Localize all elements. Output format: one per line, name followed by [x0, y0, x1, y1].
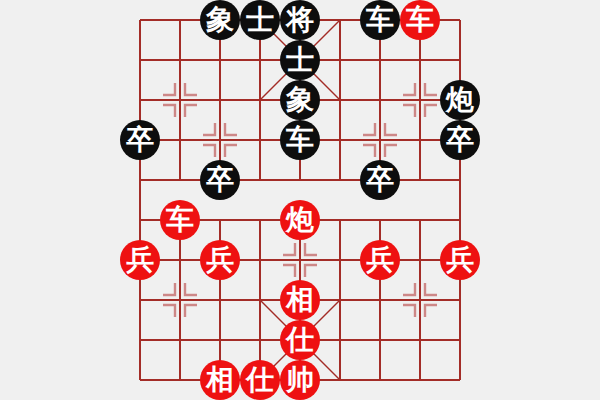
- red-general[interactable]: 帅: [280, 360, 320, 400]
- black-soldier[interactable]: 卒: [200, 160, 240, 200]
- black-soldier[interactable]: 卒: [440, 120, 480, 160]
- black-elephant[interactable]: 象: [200, 0, 240, 40]
- black-chariot[interactable]: 车: [280, 120, 320, 160]
- piece-layer: 象士将车车士象炮卒车卒卒卒车炮兵兵兵兵相仕相仕帅: [0, 0, 600, 400]
- red-soldier[interactable]: 兵: [440, 240, 480, 280]
- black-chariot[interactable]: 车: [360, 0, 400, 40]
- black-general[interactable]: 将: [280, 0, 320, 40]
- black-cannon[interactable]: 炮: [440, 80, 480, 120]
- red-soldier[interactable]: 兵: [360, 240, 400, 280]
- black-soldier[interactable]: 卒: [360, 160, 400, 200]
- red-chariot[interactable]: 车: [400, 0, 440, 40]
- red-soldier[interactable]: 兵: [120, 240, 160, 280]
- black-advisor[interactable]: 士: [240, 0, 280, 40]
- red-elephant[interactable]: 相: [200, 360, 240, 400]
- red-soldier[interactable]: 兵: [200, 240, 240, 280]
- red-advisor[interactable]: 仕: [240, 360, 280, 400]
- black-advisor[interactable]: 士: [280, 40, 320, 80]
- red-elephant[interactable]: 相: [280, 280, 320, 320]
- xiangqi-board: 象士将车车士象炮卒车卒卒卒车炮兵兵兵兵相仕相仕帅: [0, 0, 600, 400]
- black-elephant[interactable]: 象: [280, 80, 320, 120]
- red-chariot[interactable]: 车: [160, 200, 200, 240]
- red-cannon[interactable]: 炮: [280, 200, 320, 240]
- black-soldier[interactable]: 卒: [120, 120, 160, 160]
- red-advisor[interactable]: 仕: [280, 320, 320, 360]
